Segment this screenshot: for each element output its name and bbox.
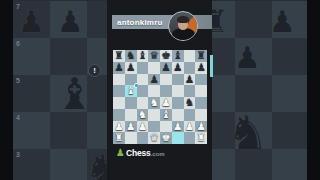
square-a7: ♟ [113,62,125,74]
square-a8: ♜ [113,50,125,62]
background-pawn-silhouette: ♟ [234,43,261,73]
square-g1 [184,132,196,144]
square-e8: ♚ [160,50,172,62]
square-g2: ♟ [184,121,196,133]
square-h6 [195,74,207,86]
piece-black-queen: ♛ [148,50,160,62]
piece-white-rook: ♜ [113,132,125,144]
square-g8 [184,50,196,62]
video-frame[interactable]: antonkimru ♜♞♝♛♚♝♜♟♟♟♟♟♟♟♝♞♟♞♞♝♟♟♟♟♟♟♜♛♚… [107,0,212,180]
piece-white-knight: ♞ [148,97,160,109]
background-rank-label: 6 [16,40,20,47]
piece-white-bishop: ♝ [160,109,172,121]
square-f8: ♝ [172,50,184,62]
background-bishop-silhouette: ♝ [55,72,94,116]
square-g4: ♞ [184,97,196,109]
background-square [272,38,309,75]
piece-black-pawn: ♟ [148,74,160,86]
piece-black-rook: ♜ [195,50,207,62]
piece-white-pawn: ♟ [125,121,137,133]
square-a6 [113,74,125,86]
square-c5 [137,85,149,97]
square-b3 [125,109,137,121]
square-f6 [172,74,184,86]
square-d3 [148,109,160,121]
square-f3 [172,109,184,121]
piece-white-pawn: ♟ [160,97,172,109]
piece-black-rook: ♜ [113,50,125,62]
piece-black-bishop: ♝ [137,50,149,62]
piece-black-pawn: ♟ [113,62,125,74]
square-c3: ♞ [137,109,149,121]
square-h5 [195,85,207,97]
piece-black-pawn: ♟ [160,62,172,74]
square-h7: ♟ [195,62,207,74]
piece-white-rook: ♜ [195,132,207,144]
square-b4 [125,97,137,109]
square-f7: ♟ [172,62,184,74]
square-h4 [195,97,207,109]
background-square [272,75,309,112]
square-b2: ♟ [125,121,137,133]
avatar-hair [177,16,189,23]
background-highlight-sliver [210,55,213,77]
square-h1: ♜ [195,132,207,144]
background-square [50,149,87,180]
square-e3: ♝ [160,109,172,121]
background-rank-label: 5 [16,77,20,84]
square-g3 [184,109,196,121]
square-c1 [137,132,149,144]
piece-white-queen: ♛ [148,132,160,144]
square-c2: ♟ [137,121,149,133]
square-a4 [113,97,125,109]
square-f1 [172,132,184,144]
piece-black-pawn: ♟ [195,62,207,74]
square-a5 [113,85,125,97]
logo-brand-text: Chess [126,148,151,158]
piece-black-pawn: ♟ [184,74,196,86]
square-e6 [160,74,172,86]
piece-white-king: ♚ [160,132,172,144]
video-screenshot: 76543♟♟♜♟♟♝♞♞ ! antonkimru ♜♞♝♛♚♝♜♟♟♟♟♟♟… [0,0,320,180]
background-square [235,1,272,38]
piece-white-pawn: ♟ [184,121,196,133]
square-b1 [125,132,137,144]
background-pawn-silhouette: ♟ [269,7,296,37]
background-pawn-silhouette: ♟ [57,7,84,37]
square-h3 [195,109,207,121]
background-knight-silhouette: ♞ [226,108,268,155]
logo-tld-text: .com [150,151,164,157]
piece-black-pawn: ♟ [172,62,184,74]
background-pawn-silhouette: ♟ [18,7,45,37]
square-d7 [148,62,160,74]
square-e4: ♟ [160,97,172,109]
chesscom-logo: ♟ Chess .com [116,147,165,158]
square-h8: ♜ [195,50,207,62]
pawn-logo-icon: ♟ [116,147,125,158]
square-e1: ♚ [160,132,172,144]
piece-black-pawn: ♟ [125,62,137,74]
square-d8: ♛ [148,50,160,62]
piece-black-bishop: ♝ [172,50,184,62]
avatar [168,11,198,41]
square-a3 [113,109,125,121]
piece-black-king: ♚ [160,50,172,62]
square-d6: ♟ [148,74,160,86]
right-black-edge [307,0,320,180]
square-a1: ♜ [113,132,125,144]
square-b5: ♝ [125,85,137,97]
square-e7: ♟ [160,62,172,74]
left-black-edge [0,0,13,180]
piece-black-knight: ♞ [125,50,137,62]
chess-board: ♜♞♝♛♚♝♜♟♟♟♟♟♟♟♝♞♟♞♞♝♟♟♟♟♟♟♜♛♚♜ [113,50,207,144]
exclam-annotation-icon: ! [88,64,101,77]
piece-white-pawn: ♟ [137,121,149,133]
background-square [272,149,309,180]
square-c7 [137,62,149,74]
square-f5 [172,85,184,97]
piece-white-knight: ♞ [137,109,149,121]
square-b7: ♟ [125,62,137,74]
username-label: antonkimru [112,18,163,27]
piece-black-knight: ♞ [184,97,196,109]
square-b8: ♞ [125,50,137,62]
square-c8: ♝ [137,50,149,62]
piece-white-pawn: ♟ [172,121,184,133]
square-g6: ♟ [184,74,196,86]
square-d1: ♛ [148,132,160,144]
background-square [272,112,309,149]
square-c4 [137,97,149,109]
square-d4: ♞ [148,97,160,109]
background-rank-label: 4 [16,114,20,121]
square-g7 [184,62,196,74]
square-f2: ♟ [172,121,184,133]
square-f4 [172,97,184,109]
background-rank-label: 3 [16,151,20,158]
